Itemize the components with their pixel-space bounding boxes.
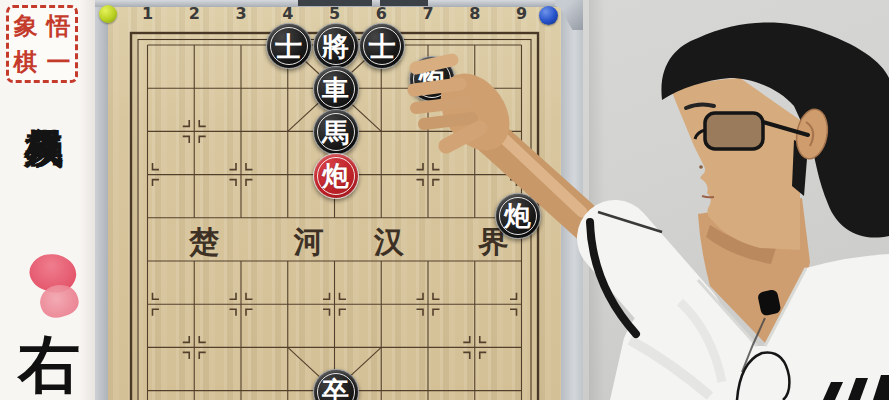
nostril (699, 165, 703, 169)
rail-dark-segment (298, 0, 372, 6)
clip-mic (742, 289, 782, 372)
shirt-fold (680, 302, 722, 382)
piece-black-advisor-left: 士 (266, 23, 312, 69)
piece-glyph: 炮 (322, 162, 349, 189)
seal-char: 悟 (47, 14, 71, 38)
banner-title: 象棋残局 (17, 96, 71, 271)
piece-glyph: 炮 (419, 66, 446, 93)
river-text-chu-he: 楚 河 (189, 222, 355, 263)
eyebrow (686, 104, 714, 108)
shirt-sleeve (615, 238, 685, 318)
presenter-face (672, 78, 800, 250)
presenter-ear (793, 107, 831, 161)
piece-glyph: 士 (275, 33, 302, 60)
piece-black-horse: 馬 (313, 109, 359, 155)
magnet-blue (539, 6, 558, 25)
piece-glyph: 卒 (322, 378, 349, 400)
piece-black-cannon-held: 炮 (409, 56, 455, 102)
collar-edge (698, 280, 757, 346)
rail-dark-segment (380, 0, 428, 6)
presenter-hair (661, 22, 889, 237)
glasses-icon (695, 113, 808, 149)
piece-black-general: 將 (313, 23, 359, 69)
collar-edge (765, 268, 806, 346)
piece-glyph: 士 (369, 33, 396, 60)
presenter-neck (698, 198, 810, 344)
banner-bottom-character: 右 (18, 334, 80, 396)
seal-char: 一 (47, 50, 71, 74)
xiangqi-demo-board: 123456789 楚 河 汉 界 士將士車炮馬炮炮卒 (95, 0, 589, 400)
wall-shadow (589, 0, 605, 400)
sleeve-seam (598, 212, 662, 232)
shirt-design-curve (737, 352, 789, 400)
whiteboard-frame-right (561, 0, 583, 400)
piece-glyph: 車 (322, 76, 349, 103)
seal-char: 象 (14, 14, 38, 38)
shirt-torso (610, 254, 889, 400)
sideburn (792, 140, 808, 196)
channel-seal: 象 悟 棋 一 (6, 5, 78, 83)
piece-red-cannon: 炮 (313, 153, 359, 199)
piece-glyph: 炮 (504, 202, 531, 229)
piece-black-chariot: 車 (313, 66, 359, 112)
whiteboard-frame-left (95, 0, 108, 400)
magnet-green (99, 5, 117, 23)
video-frame: 123456789 楚 河 汉 界 士將士車炮馬炮炮卒 象 悟 棋 一 象棋残局… (0, 0, 889, 400)
seal-char: 棋 (14, 50, 38, 74)
piece-glyph: 馬 (322, 119, 349, 146)
piece-black-piece-edge: 炮 (495, 193, 541, 239)
shirt-fold (630, 340, 710, 396)
piece-glyph: 將 (322, 33, 349, 60)
shirt-logo (823, 375, 889, 400)
left-banner: 象 悟 棋 一 象棋残局 右 (0, 0, 95, 400)
neck-shadow (706, 225, 776, 264)
lips (702, 196, 714, 197)
piece-black-advisor-right: 士 (359, 23, 405, 69)
